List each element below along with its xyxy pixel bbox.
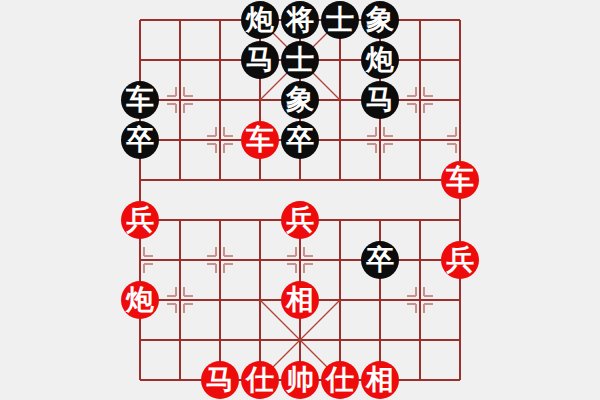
piece-black-advisor[interactable]: 士 (321, 1, 359, 39)
piece-red-general[interactable]: 帅 (281, 361, 319, 399)
xiangqi-diagram: 炮将士象马士炮车象马卒车卒车兵兵卒兵炮相马仕帅仕相 (0, 0, 600, 400)
piece-black-elephant[interactable]: 象 (281, 81, 319, 119)
piece-black-cannon[interactable]: 炮 (361, 41, 399, 79)
piece-red-advisor[interactable]: 仕 (241, 361, 279, 399)
piece-black-elephant[interactable]: 象 (361, 1, 399, 39)
piece-black-general[interactable]: 将 (281, 1, 319, 39)
piece-black-horse[interactable]: 马 (361, 81, 399, 119)
piece-black-cannon[interactable]: 炮 (241, 1, 279, 39)
piece-red-elephant[interactable]: 相 (361, 361, 399, 399)
piece-black-advisor[interactable]: 士 (281, 41, 319, 79)
piece-black-horse[interactable]: 马 (241, 41, 279, 79)
piece-black-chariot[interactable]: 车 (121, 81, 159, 119)
piece-red-elephant[interactable]: 相 (281, 281, 319, 319)
piece-red-chariot[interactable]: 车 (241, 121, 279, 159)
piece-black-soldier[interactable]: 卒 (121, 121, 159, 159)
piece-black-soldier[interactable]: 卒 (361, 241, 399, 279)
piece-red-soldier[interactable]: 兵 (441, 241, 479, 279)
piece-red-chariot[interactable]: 车 (441, 161, 479, 199)
piece-red-cannon[interactable]: 炮 (121, 281, 159, 319)
piece-red-soldier[interactable]: 兵 (281, 201, 319, 239)
piece-black-soldier[interactable]: 卒 (281, 121, 319, 159)
piece-red-horse[interactable]: 马 (201, 361, 239, 399)
piece-red-soldier[interactable]: 兵 (121, 201, 159, 239)
piece-red-advisor[interactable]: 仕 (321, 361, 359, 399)
pieces-grid: 炮将士象马士炮车象马卒车卒车兵兵卒兵炮相马仕帅仕相 (120, 0, 480, 400)
